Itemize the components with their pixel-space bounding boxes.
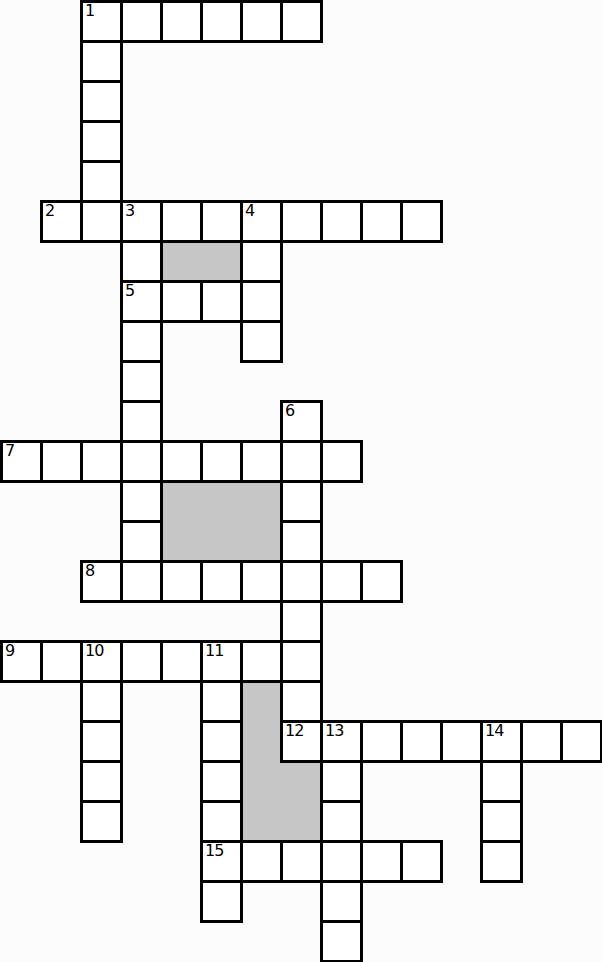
cell-r18-c12[interactable]: 14 [480,720,523,763]
shaded-region [160,480,283,563]
cell-r7-c5[interactable] [200,280,243,323]
cell-r15-c7[interactable] [280,600,323,643]
cell-r3-c2[interactable] [80,120,123,163]
cell-r14-c7[interactable] [280,560,323,603]
cell-r16-c7[interactable] [280,640,323,683]
cell-r13-c7[interactable] [280,520,323,563]
cell-r6-c6[interactable] [240,240,283,283]
clue-number-8: 8 [85,562,94,580]
cell-r18-c8[interactable]: 13 [320,720,363,763]
cell-r21-c6[interactable] [240,840,283,883]
cell-r21-c10[interactable] [400,840,443,883]
cell-r5-c4[interactable] [160,200,203,243]
cell-r5-c3[interactable]: 3 [120,200,163,243]
cell-r4-c2[interactable] [80,160,123,203]
cell-r10-c3[interactable] [120,400,163,443]
clue-number-3: 3 [125,202,134,220]
cell-r8-c6[interactable] [240,320,283,363]
cell-r16-c0[interactable]: 9 [0,640,43,683]
cell-r18-c11[interactable] [440,720,483,763]
cell-r5-c5[interactable] [200,200,243,243]
cell-r14-c4[interactable] [160,560,203,603]
cell-r7-c6[interactable] [240,280,283,323]
cell-r5-c1[interactable]: 2 [40,200,83,243]
clue-number-12: 12 [285,722,303,740]
cell-r5-c7[interactable] [280,200,323,243]
cell-r11-c1[interactable] [40,440,83,483]
cell-r19-c12[interactable] [480,760,523,803]
cell-r11-c5[interactable] [200,440,243,483]
cell-r11-c3[interactable] [120,440,163,483]
cell-r23-c8[interactable] [320,920,363,962]
cell-r18-c7[interactable]: 12 [280,720,323,763]
clue-number-13: 13 [325,722,343,740]
cell-r14-c3[interactable] [120,560,163,603]
cell-r16-c6[interactable] [240,640,283,683]
cell-r18-c10[interactable] [400,720,443,763]
cell-r10-c7[interactable]: 6 [280,400,323,443]
cell-r0-c2[interactable]: 1 [80,0,123,43]
cell-r6-c3[interactable] [120,240,163,283]
cell-r5-c10[interactable] [400,200,443,243]
cell-r22-c5[interactable] [200,880,243,923]
cell-r18-c14[interactable] [560,720,602,763]
cell-r11-c8[interactable] [320,440,363,483]
cell-r18-c2[interactable] [80,720,123,763]
clue-number-2: 2 [45,202,54,220]
cell-r16-c3[interactable] [120,640,163,683]
cell-r20-c8[interactable] [320,800,363,843]
cell-r16-c5[interactable]: 11 [200,640,243,683]
cell-r16-c4[interactable] [160,640,203,683]
cell-r11-c0[interactable]: 7 [0,440,43,483]
cell-r17-c7[interactable] [280,680,323,723]
cell-r20-c5[interactable] [200,800,243,843]
cell-r17-c5[interactable] [200,680,243,723]
clue-number-5: 5 [125,282,134,300]
cell-r18-c5[interactable] [200,720,243,763]
cell-r19-c5[interactable] [200,760,243,803]
cell-r0-c3[interactable] [120,0,163,43]
cell-r20-c2[interactable] [80,800,123,843]
cell-r22-c8[interactable] [320,880,363,923]
clue-number-14: 14 [485,722,503,740]
cell-r14-c2[interactable]: 8 [80,560,123,603]
cell-r21-c9[interactable] [360,840,403,883]
cell-r21-c7[interactable] [280,840,323,883]
cell-r0-c7[interactable] [280,0,323,43]
shaded-region [160,240,243,283]
shaded-region [240,680,283,763]
cell-r19-c8[interactable] [320,760,363,803]
cell-r14-c8[interactable] [320,560,363,603]
cell-r20-c12[interactable] [480,800,523,843]
clue-number-15: 15 [205,842,223,860]
cell-r21-c8[interactable] [320,840,363,883]
cell-r5-c6[interactable]: 4 [240,200,283,243]
cell-r16-c2[interactable]: 10 [80,640,123,683]
cell-r21-c5[interactable]: 15 [200,840,243,883]
cell-r9-c3[interactable] [120,360,163,403]
clue-number-10: 10 [85,642,103,660]
clue-number-9: 9 [5,642,14,660]
cell-r19-c2[interactable] [80,760,123,803]
cell-r8-c3[interactable] [120,320,163,363]
cell-r14-c5[interactable] [200,560,243,603]
cell-r12-c7[interactable] [280,480,323,523]
clue-number-11: 11 [205,642,223,660]
cell-r14-c9[interactable] [360,560,403,603]
cell-r2-c2[interactable] [80,80,123,123]
cell-r18-c9[interactable] [360,720,403,763]
cell-r5-c8[interactable] [320,200,363,243]
cell-r7-c3[interactable]: 5 [120,280,163,323]
cell-r11-c7[interactable] [280,440,323,483]
cell-r13-c3[interactable] [120,520,163,563]
cell-r14-c6[interactable] [240,560,283,603]
cell-r0-c6[interactable] [240,0,283,43]
clue-number-1: 1 [85,2,94,20]
cell-r7-c4[interactable] [160,280,203,323]
cell-r0-c4[interactable] [160,0,203,43]
cell-r18-c13[interactable] [520,720,563,763]
cell-r11-c4[interactable] [160,440,203,483]
cell-r11-c6[interactable] [240,440,283,483]
cell-r1-c2[interactable] [80,40,123,83]
cell-r17-c2[interactable] [80,680,123,723]
crossword-board: 123456789101112131415 [0,0,602,962]
cell-r16-c1[interactable] [40,640,83,683]
shaded-region [240,760,323,843]
cell-r11-c2[interactable] [80,440,123,483]
cell-r5-c2[interactable] [80,200,123,243]
cell-r21-c12[interactable] [480,840,523,883]
clue-number-4: 4 [245,202,254,220]
cell-r12-c3[interactable] [120,480,163,523]
clue-number-7: 7 [5,442,14,460]
cell-r5-c9[interactable] [360,200,403,243]
clue-number-6: 6 [285,402,294,420]
cell-r0-c5[interactable] [200,0,243,43]
